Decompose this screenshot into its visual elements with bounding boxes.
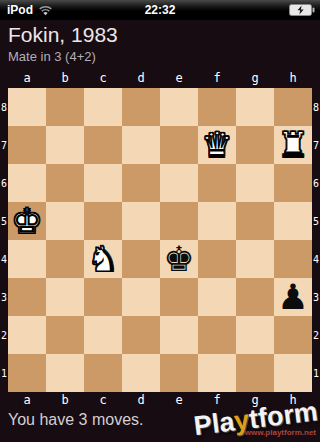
file-label-f: f [198,71,236,86]
white-king-a5[interactable]: ♚ [8,202,46,240]
battery-charging-icon [289,4,315,16]
puzzle-header: Fokin, 1983 Mate in 3 (4+2) [8,22,118,66]
rank-label-4: 4 [312,254,320,265]
rank-label-2: 2 [0,330,8,341]
piece-layer: ♛♜♚♞♚♟ [8,88,312,392]
rank-label-1: 1 [312,368,320,379]
white-queen-f7[interactable]: ♛ [198,126,236,164]
rank-label-8: 8 [0,102,8,113]
puzzle-subtitle: Mate in 3 (4+2) [8,48,118,66]
rank-label-2: 2 [312,330,320,341]
clock-time: 22:32 [0,3,320,17]
rank-labels-left: 87654321 [0,88,8,392]
file-label-a: a [8,71,46,86]
file-label-e: e [160,71,198,86]
rank-labels-right: 87654321 [312,88,320,392]
file-label-b: b [46,393,84,408]
logo-part-1: Pla [193,406,237,441]
status-bar: iPod 22:32 [0,0,320,20]
rank-label-6: 6 [312,178,320,189]
file-label-c: c [84,393,122,408]
rank-label-4: 4 [0,254,8,265]
moves-remaining-message: You have 3 moves. [8,411,144,429]
file-label-d: d [122,71,160,86]
rank-label-7: 7 [312,140,320,151]
black-pawn-h3[interactable]: ♟ [274,278,312,316]
file-label-c: c [84,71,122,86]
white-knight-c4[interactable]: ♞ [84,240,122,278]
file-label-g: g [236,71,274,86]
white-rook-h7[interactable]: ♜ [274,126,312,164]
file-labels-top: abcdefgh [8,71,312,86]
rank-label-8: 8 [312,102,320,113]
rank-label-1: 1 [0,368,8,379]
file-label-b: b [46,71,84,86]
rank-label-7: 7 [0,140,8,151]
file-label-h: h [274,71,312,86]
rank-label-5: 5 [312,216,320,227]
rank-label-6: 6 [0,178,8,189]
file-label-e: e [160,393,198,408]
puzzle-title: Fokin, 1983 [8,22,118,48]
app-screen: iPod 22:32 Fokin, 1983 Mate in 3 (4+2) a… [0,0,320,442]
file-label-d: d [122,393,160,408]
playtform-url: www.playtform.net [245,428,316,437]
rank-label-3: 3 [312,292,320,303]
rank-label-5: 5 [0,216,8,227]
file-label-a: a [8,393,46,408]
rank-label-3: 3 [0,292,8,303]
black-king-e4[interactable]: ♚ [160,240,198,278]
